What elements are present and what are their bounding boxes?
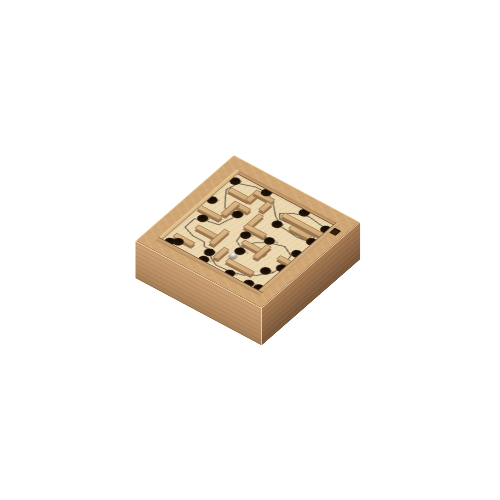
hole <box>237 230 252 241</box>
waypoint-number: 2 <box>329 228 334 231</box>
hole <box>171 236 186 247</box>
maze-wall <box>287 225 312 240</box>
waypoint-number: 11 <box>212 251 218 255</box>
maze-wall <box>258 201 273 212</box>
maze-wall <box>173 233 196 247</box>
maze-wall <box>197 205 224 221</box>
maze-wall <box>227 187 252 202</box>
waypoint-number: 16 <box>268 270 274 274</box>
frame-inner-face-west <box>155 169 240 242</box>
waypoint-number: 5 <box>270 191 275 194</box>
hole <box>259 187 274 198</box>
labyrinth-game-scene: 123456789101112131415161718192021 <box>0 0 500 500</box>
waypoint-number: 10 <box>181 241 187 245</box>
waypoint-number: 4 <box>280 223 285 226</box>
maze-wall <box>194 225 223 242</box>
hole <box>251 283 266 294</box>
waypoint-number: 1 <box>307 212 312 215</box>
waypoint-number: 7 <box>216 199 221 202</box>
product-photo-canvas: 123456789101112131415161718192021 <box>0 0 500 500</box>
hole <box>296 207 311 218</box>
waypoint-number: 15 <box>262 287 268 291</box>
hole <box>257 266 272 277</box>
hole <box>162 236 177 247</box>
maze-wall <box>212 246 230 259</box>
hole <box>304 236 319 247</box>
hole <box>201 247 216 258</box>
waypoint-number: 6 <box>239 180 244 183</box>
maze-wall <box>243 223 268 238</box>
hole <box>222 268 237 279</box>
hole <box>269 219 284 230</box>
hole <box>205 195 220 206</box>
maze-wall <box>281 212 325 237</box>
maze-wall <box>252 189 276 203</box>
hole <box>274 263 289 274</box>
hole <box>228 176 243 187</box>
waypoint-number: 19 <box>273 240 279 244</box>
waypoint-number: 21 <box>248 234 254 238</box>
maze-wall <box>243 213 265 230</box>
waypoint-number: 18 <box>299 253 305 257</box>
maze-wall <box>245 189 263 202</box>
hole <box>230 209 245 220</box>
hole <box>241 278 256 289</box>
waypoint-number: 14 <box>252 283 258 287</box>
frame-inner-face-north <box>234 169 341 227</box>
maze-wall <box>231 201 252 213</box>
steel-ball[interactable] <box>227 252 238 260</box>
hole <box>262 236 277 247</box>
maze-wall <box>225 258 255 275</box>
waypoint-number: 8 <box>241 213 246 216</box>
wooden-box: 123456789101112131415161718192021 <box>135 155 360 308</box>
hole <box>195 213 210 224</box>
hole <box>289 248 304 259</box>
ball-slot <box>329 228 341 236</box>
maze-wall <box>209 229 231 246</box>
waypoint-number: 12 <box>207 259 213 263</box>
maze-wall <box>241 240 268 256</box>
maze-wall <box>252 244 272 260</box>
waypoint-number: 3 <box>315 241 320 244</box>
hole <box>196 254 211 265</box>
hole <box>318 224 333 235</box>
waypoint-number: 17 <box>284 267 290 271</box>
waypoint-number: 13 <box>233 272 239 276</box>
waypoint-number: 9 <box>206 218 211 221</box>
hole <box>232 246 247 257</box>
maze-wall <box>276 255 294 266</box>
waypoint-number: 20 <box>243 250 249 254</box>
maze-wall <box>220 201 241 217</box>
